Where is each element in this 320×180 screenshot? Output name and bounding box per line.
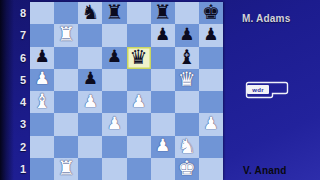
piece-black-pawn: ♟: [107, 48, 122, 65]
square-h3: ♟: [199, 113, 223, 135]
rank-label-2: 2: [0, 136, 30, 158]
square-g5: ♛: [175, 69, 199, 91]
piece-black-knight: ♞: [81, 2, 99, 22]
broadcaster-logo-badge: wdr: [247, 85, 269, 94]
rank-label-5: 5: [0, 69, 30, 91]
piece-white-pawn: ♟: [203, 115, 218, 132]
square-g7: ♟: [175, 24, 199, 46]
square-a7: [30, 24, 54, 46]
square-g4: [175, 91, 199, 113]
square-d2: [102, 136, 126, 158]
square-f2: ♟: [151, 136, 175, 158]
broadcaster-logo: wdr: [245, 81, 289, 99]
rank-label-6: 6: [0, 47, 30, 69]
piece-black-pawn: ♟: [34, 48, 49, 65]
rank-labels: 87654321: [0, 2, 30, 180]
square-g2: ♞: [175, 136, 199, 158]
square-f5: [151, 69, 175, 91]
square-e7: [127, 24, 151, 46]
square-b7: ♜: [54, 24, 78, 46]
chess-board: ♞♜♜♚♜♟♟♟♟♟♛♝♟♟♛♝♟♟♟♟♟♞♜♚: [30, 2, 223, 180]
piece-white-king: ♚: [178, 158, 196, 178]
square-b4: [54, 91, 78, 113]
square-b1: ♜: [54, 158, 78, 180]
square-c4: ♟: [78, 91, 102, 113]
square-g6: ♝: [175, 47, 199, 69]
player-name-bottom: V. Anand: [243, 165, 287, 176]
broadcaster-logo-text: wdr: [252, 87, 264, 93]
piece-black-pawn: ♟: [203, 26, 218, 43]
square-a4: ♝: [30, 91, 54, 113]
square-f6: [151, 47, 175, 69]
rank-label-3: 3: [0, 113, 30, 135]
square-f4: [151, 91, 175, 113]
player-name-top: M. Adams: [242, 13, 290, 24]
square-a3: [30, 113, 54, 135]
square-a8: [30, 2, 54, 24]
square-d1: [102, 158, 126, 180]
square-d5: [102, 69, 126, 91]
piece-black-pawn: ♟: [155, 26, 170, 43]
piece-black-queen: ♛: [130, 47, 148, 67]
rank-label-7: 7: [0, 24, 30, 46]
square-c7: [78, 24, 102, 46]
piece-white-bishop: ♝: [33, 91, 51, 111]
square-a1: [30, 158, 54, 180]
square-d4: [102, 91, 126, 113]
square-g3: [175, 113, 199, 135]
square-d6: ♟: [102, 47, 126, 69]
square-f8: ♜: [151, 2, 175, 24]
square-h2: [199, 136, 223, 158]
square-a2: [30, 136, 54, 158]
piece-white-pawn: ♟: [131, 93, 146, 110]
square-e3: [127, 113, 151, 135]
square-h8: ♚: [199, 2, 223, 24]
square-g8: [175, 2, 199, 24]
piece-black-bishop: ♝: [178, 47, 196, 67]
square-b6: [54, 47, 78, 69]
square-f1: [151, 158, 175, 180]
square-h4: [199, 91, 223, 113]
piece-black-pawn: ♟: [83, 70, 98, 87]
piece-black-pawn: ♟: [179, 26, 194, 43]
square-c2: [78, 136, 102, 158]
piece-white-pawn: ♟: [155, 137, 170, 154]
square-e5: [127, 69, 151, 91]
piece-black-rook: ♜: [154, 2, 172, 22]
square-e8: [127, 2, 151, 24]
square-h1: [199, 158, 223, 180]
square-c5: ♟: [78, 69, 102, 91]
square-c1: [78, 158, 102, 180]
square-e6: ♛: [127, 47, 151, 69]
square-e4: ♟: [127, 91, 151, 113]
broadcast-frame: 87654321 ♞♜♜♚♜♟♟♟♟♟♛♝♟♟♛♝♟♟♟♟♟♞♜♚ M. Ada…: [0, 0, 320, 180]
piece-white-knight: ♞: [178, 136, 196, 156]
square-d8: ♜: [102, 2, 126, 24]
piece-white-rook: ♜: [57, 158, 75, 178]
square-b3: [54, 113, 78, 135]
square-c6: [78, 47, 102, 69]
rank-label-8: 8: [0, 2, 30, 24]
piece-black-rook: ♜: [105, 2, 123, 22]
square-h6: [199, 47, 223, 69]
square-e2: [127, 136, 151, 158]
square-c8: ♞: [78, 2, 102, 24]
piece-white-rook: ♜: [57, 24, 75, 44]
square-g1: ♚: [175, 158, 199, 180]
square-h5: [199, 69, 223, 91]
square-c3: [78, 113, 102, 135]
piece-white-pawn: ♟: [34, 70, 49, 87]
piece-white-pawn: ♟: [83, 93, 98, 110]
square-b2: [54, 136, 78, 158]
piece-white-pawn: ♟: [107, 115, 122, 132]
rank-label-1: 1: [0, 158, 30, 180]
square-f3: [151, 113, 175, 135]
square-b5: [54, 69, 78, 91]
square-b8: [54, 2, 78, 24]
square-d7: [102, 24, 126, 46]
square-a6: ♟: [30, 47, 54, 69]
square-e1: [127, 158, 151, 180]
square-a5: ♟: [30, 69, 54, 91]
square-d3: ♟: [102, 113, 126, 135]
rank-label-4: 4: [0, 91, 30, 113]
square-f7: ♟: [151, 24, 175, 46]
piece-black-king: ♚: [202, 2, 220, 22]
piece-white-queen: ♛: [178, 69, 196, 89]
square-h7: ♟: [199, 24, 223, 46]
